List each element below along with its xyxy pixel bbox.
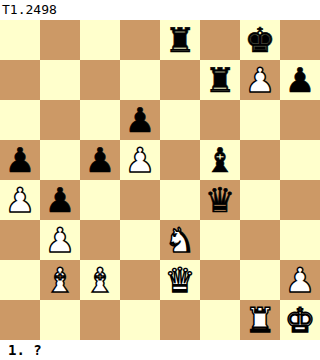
square-e8[interactable]: ♜ [160,20,200,60]
square-f1[interactable] [200,300,240,340]
piece-white-pawn: ♟ [240,60,280,100]
square-c1[interactable] [80,300,120,340]
square-g4[interactable] [240,180,280,220]
move-prompt: 1. ? [0,340,320,360]
square-g2[interactable] [240,260,280,300]
square-d2[interactable] [120,260,160,300]
chess-board: ♜♚♜♟♟♟♟♟♟♝♟♟♛♟♞♝♝♛♟♜♚ [0,20,320,340]
square-a5[interactable]: ♟ [0,140,40,180]
square-e4[interactable] [160,180,200,220]
square-d3[interactable] [120,220,160,260]
square-c2[interactable]: ♝ [80,260,120,300]
square-e2[interactable]: ♛ [160,260,200,300]
square-a3[interactable] [0,220,40,260]
square-d4[interactable] [120,180,160,220]
square-b8[interactable] [40,20,80,60]
square-d5[interactable]: ♟ [120,140,160,180]
square-d1[interactable] [120,300,160,340]
square-a1[interactable] [0,300,40,340]
square-h3[interactable] [280,220,320,260]
square-a8[interactable] [0,20,40,60]
square-d6[interactable]: ♟ [120,100,160,140]
square-h7[interactable]: ♟ [280,60,320,100]
square-c5[interactable]: ♟ [80,140,120,180]
square-h8[interactable] [280,20,320,60]
square-g6[interactable] [240,100,280,140]
piece-black-pawn: ♟ [80,140,120,180]
square-e3[interactable]: ♞ [160,220,200,260]
square-b7[interactable] [40,60,80,100]
square-h1[interactable]: ♚ [280,300,320,340]
square-c4[interactable] [80,180,120,220]
piece-black-rook: ♜ [160,20,200,60]
square-b6[interactable] [40,100,80,140]
square-g7[interactable]: ♟ [240,60,280,100]
square-b3[interactable]: ♟ [40,220,80,260]
square-a2[interactable] [0,260,40,300]
square-g3[interactable] [240,220,280,260]
square-g8[interactable]: ♚ [240,20,280,60]
square-b1[interactable] [40,300,80,340]
square-h5[interactable] [280,140,320,180]
square-g5[interactable] [240,140,280,180]
piece-white-pawn: ♟ [0,180,40,220]
piece-white-queen: ♛ [160,260,200,300]
square-c6[interactable] [80,100,120,140]
square-e5[interactable] [160,140,200,180]
square-f4[interactable]: ♛ [200,180,240,220]
square-a7[interactable] [0,60,40,100]
square-f2[interactable] [200,260,240,300]
square-c8[interactable] [80,20,120,60]
square-e1[interactable] [160,300,200,340]
square-h4[interactable] [280,180,320,220]
piece-white-pawn: ♟ [120,140,160,180]
square-f6[interactable] [200,100,240,140]
piece-black-pawn: ♟ [40,180,80,220]
piece-black-rook: ♜ [200,60,240,100]
square-e6[interactable] [160,100,200,140]
piece-white-king: ♚ [280,300,320,340]
square-f7[interactable]: ♜ [200,60,240,100]
square-b5[interactable] [40,140,80,180]
piece-white-rook: ♜ [240,300,280,340]
piece-black-pawn: ♟ [120,100,160,140]
piece-white-bishop: ♝ [40,260,80,300]
square-f3[interactable] [200,220,240,260]
square-d7[interactable] [120,60,160,100]
puzzle-title: T1.2498 [0,0,320,20]
piece-black-bishop: ♝ [200,140,240,180]
square-b4[interactable]: ♟ [40,180,80,220]
square-b2[interactable]: ♝ [40,260,80,300]
square-a4[interactable]: ♟ [0,180,40,220]
square-g1[interactable]: ♜ [240,300,280,340]
piece-black-king: ♚ [240,20,280,60]
square-h2[interactable]: ♟ [280,260,320,300]
square-e7[interactable] [160,60,200,100]
square-f5[interactable]: ♝ [200,140,240,180]
piece-black-pawn: ♟ [280,60,320,100]
square-h6[interactable] [280,100,320,140]
piece-white-knight: ♞ [160,220,200,260]
square-f8[interactable] [200,20,240,60]
square-d8[interactable] [120,20,160,60]
piece-white-pawn: ♟ [40,220,80,260]
piece-white-pawn: ♟ [280,260,320,300]
square-c3[interactable] [80,220,120,260]
chess-puzzle-window: T1.2498 ♜♚♜♟♟♟♟♟♟♝♟♟♛♟♞♝♝♛♟♜♚ 1. ? [0,0,320,360]
square-c7[interactable] [80,60,120,100]
piece-white-bishop: ♝ [80,260,120,300]
piece-black-queen: ♛ [200,180,240,220]
square-a6[interactable] [0,100,40,140]
piece-black-pawn: ♟ [0,140,40,180]
